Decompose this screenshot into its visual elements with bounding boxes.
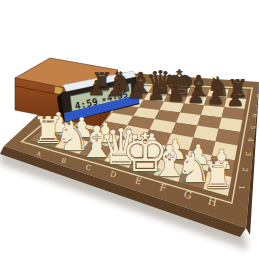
piece-white-r-h1[interactable]: ♜: [201, 154, 234, 197]
piece-black-p-d7[interactable]: ♟: [147, 81, 165, 105]
chess-set-photo: ABCDEFGH123456784:594:55♜♞♝♛♚♝♞♜♟♟♟♟♟♟♟♟…: [0, 0, 259, 259]
piece-black-p-h7[interactable]: ♟: [226, 87, 244, 111]
piece-black-p-g7[interactable]: ♟: [207, 85, 225, 109]
rank-label-3: 3: [243, 151, 251, 156]
piece-black-p-e7[interactable]: ♟: [167, 82, 185, 106]
rank-label-4: 4: [246, 137, 254, 142]
piece-black-p-c7[interactable]: ♟: [127, 79, 145, 103]
board-scene: ABCDEFGH123456784:594:55♜♞♝♛♚♝♞♜♟♟♟♟♟♟♟♟…: [0, 0, 259, 259]
rank-label-1: 1: [237, 185, 246, 191]
piece-black-p-b7[interactable]: ♟: [107, 77, 125, 101]
rank-label-5: 5: [249, 125, 256, 130]
rank-label-2: 2: [240, 167, 248, 172]
piece-black-p-a7[interactable]: ♟: [87, 76, 105, 100]
piece-black-p-f7[interactable]: ♟: [187, 84, 205, 108]
